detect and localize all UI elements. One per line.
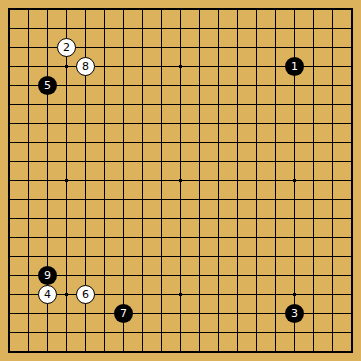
board-point[interactable] — [171, 38, 190, 57]
board-point[interactable] — [247, 304, 266, 323]
board-point[interactable] — [95, 304, 114, 323]
board-point[interactable] — [38, 323, 57, 342]
board-point[interactable] — [228, 19, 247, 38]
board-point[interactable] — [76, 171, 95, 190]
black-stone-move-9[interactable]: 9 — [38, 266, 57, 285]
board-point[interactable] — [209, 133, 228, 152]
board-point[interactable] — [285, 114, 304, 133]
board-point[interactable] — [95, 323, 114, 342]
board-point[interactable] — [323, 285, 342, 304]
board-point[interactable] — [114, 285, 133, 304]
board-point[interactable] — [228, 228, 247, 247]
board-point[interactable] — [285, 323, 304, 342]
board-point[interactable] — [304, 133, 323, 152]
board-point[interactable] — [57, 209, 76, 228]
board-point[interactable] — [285, 38, 304, 57]
board-point[interactable] — [57, 19, 76, 38]
board-point[interactable] — [114, 323, 133, 342]
board-point[interactable] — [57, 266, 76, 285]
board-point[interactable] — [304, 38, 323, 57]
board-point[interactable] — [38, 304, 57, 323]
board-point[interactable] — [19, 266, 38, 285]
board-point[interactable] — [209, 171, 228, 190]
board-point[interactable] — [133, 171, 152, 190]
board-point[interactable] — [133, 323, 152, 342]
board-point[interactable] — [285, 152, 304, 171]
board-point[interactable] — [76, 323, 95, 342]
board-point[interactable] — [57, 152, 76, 171]
board-point[interactable] — [323, 209, 342, 228]
board-point[interactable] — [152, 266, 171, 285]
board-margin-right — [352, 0, 361, 361]
board-point[interactable] — [57, 323, 76, 342]
board-point[interactable] — [228, 38, 247, 57]
board-point[interactable] — [266, 190, 285, 209]
board-point[interactable] — [304, 76, 323, 95]
board-point[interactable] — [38, 228, 57, 247]
board-point[interactable] — [228, 209, 247, 228]
board-point[interactable] — [323, 190, 342, 209]
board-point[interactable] — [114, 266, 133, 285]
board-point[interactable] — [209, 190, 228, 209]
board-point[interactable] — [190, 228, 209, 247]
board-point[interactable] — [38, 19, 57, 38]
board-point[interactable] — [209, 38, 228, 57]
board-point[interactable] — [171, 76, 190, 95]
board-point[interactable] — [266, 76, 285, 95]
board-point[interactable] — [19, 114, 38, 133]
board-point[interactable] — [95, 266, 114, 285]
board-point[interactable] — [190, 190, 209, 209]
board-point[interactable] — [247, 19, 266, 38]
board-point[interactable] — [285, 266, 304, 285]
board-point[interactable] — [76, 114, 95, 133]
black-stone-move-5[interactable]: 5 — [38, 76, 57, 95]
board-point[interactable] — [228, 304, 247, 323]
board-point[interactable] — [171, 114, 190, 133]
board-point[interactable] — [152, 247, 171, 266]
board-point[interactable] — [285, 247, 304, 266]
board-point[interactable] — [19, 285, 38, 304]
board-point[interactable] — [323, 95, 342, 114]
board-point[interactable] — [95, 228, 114, 247]
board-point[interactable] — [133, 114, 152, 133]
star-point — [179, 65, 182, 68]
board-point[interactable] — [190, 76, 209, 95]
board-point[interactable] — [228, 190, 247, 209]
board-point[interactable] — [19, 323, 38, 342]
board-point[interactable] — [228, 323, 247, 342]
board-point[interactable] — [266, 323, 285, 342]
black-stone-move-1[interactable]: 1 — [285, 57, 304, 76]
board-point[interactable] — [152, 114, 171, 133]
black-stone-move-7[interactable]: 7 — [114, 304, 133, 323]
board-point[interactable] — [304, 228, 323, 247]
board-point[interactable] — [114, 133, 133, 152]
white-stone-move-2[interactable]: 2 — [57, 38, 76, 57]
board-point[interactable] — [247, 266, 266, 285]
board-point[interactable] — [228, 114, 247, 133]
board-point[interactable] — [285, 76, 304, 95]
board-point[interactable] — [209, 304, 228, 323]
board-point[interactable] — [285, 19, 304, 38]
board-point[interactable] — [95, 190, 114, 209]
board-point[interactable] — [171, 228, 190, 247]
board-point[interactable] — [171, 304, 190, 323]
board-point[interactable] — [209, 285, 228, 304]
board-point[interactable] — [19, 76, 38, 95]
white-stone-move-6[interactable]: 6 — [76, 285, 95, 304]
board-point[interactable] — [247, 209, 266, 228]
board-point[interactable] — [114, 114, 133, 133]
board-point[interactable] — [38, 114, 57, 133]
board-margin-top — [0, 0, 361, 9]
board-point[interactable] — [266, 228, 285, 247]
board-point[interactable] — [323, 114, 342, 133]
board-point[interactable] — [247, 190, 266, 209]
board-point[interactable] — [285, 133, 304, 152]
board-point[interactable] — [38, 247, 57, 266]
board-margin-left — [0, 0, 9, 361]
board-point[interactable] — [152, 171, 171, 190]
board-point[interactable] — [38, 171, 57, 190]
board-point[interactable] — [323, 304, 342, 323]
board-point[interactable] — [247, 57, 266, 76]
board-point[interactable] — [57, 190, 76, 209]
board-point[interactable] — [133, 38, 152, 57]
board-point[interactable] — [133, 266, 152, 285]
board-point[interactable] — [304, 247, 323, 266]
board-point[interactable] — [114, 171, 133, 190]
board-point[interactable] — [76, 228, 95, 247]
board-point[interactable] — [323, 133, 342, 152]
board-point[interactable] — [323, 228, 342, 247]
board-point[interactable] — [152, 285, 171, 304]
board-point[interactable] — [247, 171, 266, 190]
board-point[interactable] — [19, 190, 38, 209]
board-point[interactable] — [76, 247, 95, 266]
board-point[interactable] — [152, 209, 171, 228]
board-point[interactable] — [285, 95, 304, 114]
board-point[interactable] — [190, 95, 209, 114]
board-point[interactable] — [19, 209, 38, 228]
board-point[interactable] — [190, 114, 209, 133]
board-point[interactable] — [247, 38, 266, 57]
board-point[interactable] — [133, 304, 152, 323]
board-point[interactable] — [171, 95, 190, 114]
board-point[interactable] — [266, 38, 285, 57]
board-point[interactable] — [228, 76, 247, 95]
board-point[interactable] — [209, 266, 228, 285]
board-point[interactable] — [95, 209, 114, 228]
board-point[interactable] — [133, 190, 152, 209]
board-point[interactable] — [266, 114, 285, 133]
board-point[interactable] — [228, 57, 247, 76]
board-point[interactable] — [323, 152, 342, 171]
board-point[interactable] — [38, 190, 57, 209]
board-point[interactable] — [152, 95, 171, 114]
board-point[interactable] — [133, 19, 152, 38]
board-point[interactable] — [190, 152, 209, 171]
white-stone-move-4[interactable]: 4 — [38, 285, 57, 304]
board-point[interactable] — [190, 38, 209, 57]
board-point[interactable] — [304, 57, 323, 76]
board-point[interactable] — [152, 19, 171, 38]
board-point[interactable] — [38, 95, 57, 114]
board-point[interactable] — [76, 266, 95, 285]
board-point[interactable] — [19, 38, 38, 57]
board-point[interactable] — [133, 209, 152, 228]
board-point[interactable] — [266, 171, 285, 190]
board-point[interactable] — [285, 209, 304, 228]
board-point[interactable] — [266, 133, 285, 152]
board-point[interactable] — [133, 95, 152, 114]
black-stone-move-3[interactable]: 3 — [285, 304, 304, 323]
board-point[interactable] — [95, 114, 114, 133]
board-point[interactable] — [19, 133, 38, 152]
board-point[interactable] — [228, 133, 247, 152]
board-point[interactable] — [247, 285, 266, 304]
board-point[interactable] — [209, 247, 228, 266]
board-point[interactable] — [57, 114, 76, 133]
board-point[interactable] — [114, 152, 133, 171]
board-margin-bottom — [0, 352, 361, 361]
board-point[interactable] — [19, 228, 38, 247]
board-point[interactable] — [152, 190, 171, 209]
board-point[interactable] — [190, 323, 209, 342]
board-point[interactable] — [19, 304, 38, 323]
board-point[interactable] — [133, 285, 152, 304]
board-point[interactable] — [266, 209, 285, 228]
board-point[interactable] — [76, 19, 95, 38]
board-point[interactable] — [190, 171, 209, 190]
board-point[interactable] — [247, 133, 266, 152]
board-point[interactable] — [95, 133, 114, 152]
board-point[interactable] — [190, 19, 209, 38]
board-point[interactable] — [76, 152, 95, 171]
board-point[interactable] — [57, 76, 76, 95]
board-point[interactable] — [152, 323, 171, 342]
board-point[interactable] — [38, 38, 57, 57]
board-point[interactable] — [266, 304, 285, 323]
board-point[interactable] — [304, 95, 323, 114]
board-point[interactable] — [19, 171, 38, 190]
go-board[interactable]: 123456789 — [0, 0, 361, 361]
board-point[interactable] — [114, 228, 133, 247]
board-point[interactable] — [190, 133, 209, 152]
board-point[interactable] — [190, 285, 209, 304]
board-point[interactable] — [228, 247, 247, 266]
board-point[interactable] — [95, 19, 114, 38]
board-point[interactable] — [171, 133, 190, 152]
star-point — [293, 293, 296, 296]
board-point[interactable] — [209, 95, 228, 114]
board-point[interactable] — [285, 190, 304, 209]
star-point — [293, 179, 296, 182]
board-point[interactable] — [228, 171, 247, 190]
board-point[interactable] — [95, 76, 114, 95]
board-point[interactable] — [304, 285, 323, 304]
board-point[interactable] — [152, 57, 171, 76]
board-point[interactable] — [228, 285, 247, 304]
board-point[interactable] — [95, 285, 114, 304]
board-point[interactable] — [266, 266, 285, 285]
board-point[interactable] — [114, 76, 133, 95]
board-point[interactable] — [114, 95, 133, 114]
board-point[interactable] — [190, 304, 209, 323]
board-point[interactable] — [133, 152, 152, 171]
board-point[interactable] — [114, 38, 133, 57]
board-point[interactable] — [323, 76, 342, 95]
star-point — [179, 179, 182, 182]
board-point[interactable] — [171, 152, 190, 171]
board-point[interactable] — [76, 38, 95, 57]
board-point[interactable] — [76, 95, 95, 114]
board-point[interactable] — [285, 228, 304, 247]
board-point[interactable] — [304, 209, 323, 228]
board-point[interactable] — [209, 19, 228, 38]
board-point[interactable] — [38, 133, 57, 152]
board-point[interactable] — [19, 57, 38, 76]
board-point[interactable] — [152, 38, 171, 57]
board-point[interactable] — [247, 76, 266, 95]
board-point[interactable] — [209, 323, 228, 342]
star-point — [179, 293, 182, 296]
board-point[interactable] — [209, 114, 228, 133]
board-point[interactable] — [304, 152, 323, 171]
board-point[interactable] — [228, 95, 247, 114]
board-point[interactable] — [171, 247, 190, 266]
board-point[interactable] — [152, 304, 171, 323]
board-point[interactable] — [266, 95, 285, 114]
board-point[interactable] — [304, 19, 323, 38]
star-point — [65, 179, 68, 182]
board-point[interactable] — [209, 152, 228, 171]
board-point[interactable] — [114, 19, 133, 38]
board-point[interactable] — [76, 209, 95, 228]
board-point[interactable] — [323, 171, 342, 190]
board-point[interactable] — [57, 228, 76, 247]
board-point[interactable] — [247, 228, 266, 247]
board-point[interactable] — [190, 57, 209, 76]
board-point[interactable] — [76, 190, 95, 209]
board-point[interactable] — [133, 57, 152, 76]
board-point[interactable] — [152, 76, 171, 95]
board-point[interactable] — [171, 323, 190, 342]
board-point[interactable] — [209, 76, 228, 95]
board-point[interactable] — [323, 323, 342, 342]
board-point[interactable] — [266, 285, 285, 304]
board-point[interactable] — [114, 190, 133, 209]
board-point[interactable] — [19, 95, 38, 114]
board-point[interactable] — [247, 247, 266, 266]
board-point[interactable] — [95, 95, 114, 114]
board-point[interactable] — [171, 190, 190, 209]
star-point — [65, 293, 68, 296]
board-point[interactable] — [38, 209, 57, 228]
board-point[interactable] — [171, 266, 190, 285]
board-point[interactable] — [19, 152, 38, 171]
board-point[interactable] — [95, 57, 114, 76]
board-point[interactable] — [171, 209, 190, 228]
board-point[interactable] — [38, 57, 57, 76]
board-point[interactable] — [76, 76, 95, 95]
board-point[interactable] — [323, 266, 342, 285]
board-point[interactable] — [209, 228, 228, 247]
board-point[interactable] — [304, 171, 323, 190]
board-point[interactable] — [57, 133, 76, 152]
board-point[interactable] — [209, 57, 228, 76]
board-point[interactable] — [209, 209, 228, 228]
board-point[interactable] — [133, 228, 152, 247]
board-point[interactable] — [190, 266, 209, 285]
board-point[interactable] — [247, 323, 266, 342]
board-point[interactable] — [152, 152, 171, 171]
board-point[interactable] — [57, 304, 76, 323]
board-point[interactable] — [57, 95, 76, 114]
board-point[interactable] — [95, 38, 114, 57]
board-point[interactable] — [95, 247, 114, 266]
board-point[interactable] — [304, 323, 323, 342]
board-point[interactable] — [190, 247, 209, 266]
board-point[interactable] — [76, 304, 95, 323]
board-point[interactable] — [266, 247, 285, 266]
board-point[interactable] — [323, 19, 342, 38]
board-point[interactable] — [114, 209, 133, 228]
board-point[interactable] — [323, 247, 342, 266]
board-point[interactable] — [114, 247, 133, 266]
board-point[interactable] — [323, 57, 342, 76]
board-point[interactable] — [38, 152, 57, 171]
board-point[interactable] — [19, 19, 38, 38]
board-point[interactable] — [19, 247, 38, 266]
board-point[interactable] — [190, 209, 209, 228]
board-point[interactable] — [95, 171, 114, 190]
board-point[interactable] — [95, 152, 114, 171]
board-point[interactable] — [152, 228, 171, 247]
board-point[interactable] — [114, 57, 133, 76]
board-point[interactable] — [228, 152, 247, 171]
board-point[interactable] — [323, 38, 342, 57]
board-point[interactable] — [247, 95, 266, 114]
board-point[interactable] — [266, 19, 285, 38]
board-point[interactable] — [304, 304, 323, 323]
board-point[interactable] — [133, 133, 152, 152]
board-point[interactable] — [228, 266, 247, 285]
board-point[interactable] — [57, 247, 76, 266]
board-point[interactable] — [152, 133, 171, 152]
board-point[interactable] — [247, 152, 266, 171]
white-stone-move-8[interactable]: 8 — [76, 57, 95, 76]
board-point[interactable] — [247, 114, 266, 133]
board-point[interactable] — [266, 57, 285, 76]
board-point[interactable] — [304, 190, 323, 209]
star-point — [65, 65, 68, 68]
board-point[interactable] — [171, 19, 190, 38]
board-point[interactable] — [304, 266, 323, 285]
board-point[interactable] — [133, 247, 152, 266]
board-point[interactable] — [266, 152, 285, 171]
board-point[interactable] — [133, 76, 152, 95]
board-point[interactable] — [76, 133, 95, 152]
board-point[interactable] — [304, 114, 323, 133]
